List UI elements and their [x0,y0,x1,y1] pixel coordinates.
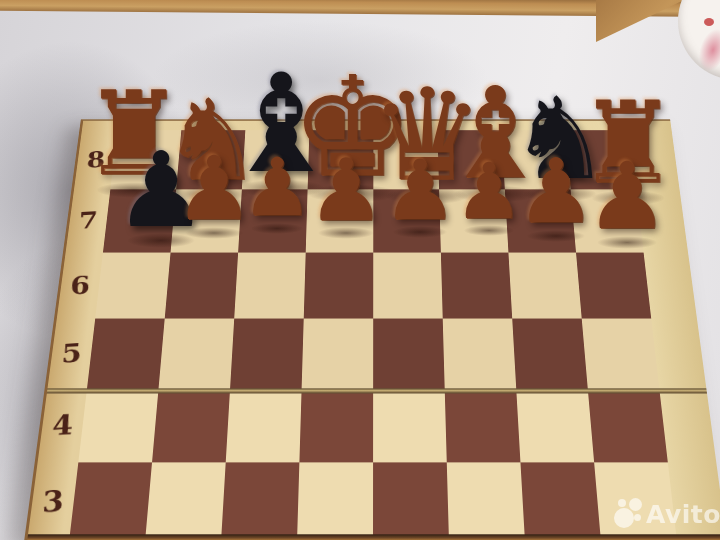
square-g6[interactable] [508,252,581,318]
square-h5[interactable] [582,318,660,388]
avito-logo-icon [634,514,641,521]
square-b4[interactable] [152,389,230,463]
square-g5[interactable] [512,318,588,388]
square-f5[interactable] [443,318,517,388]
square-h6[interactable] [576,252,651,318]
square-d4[interactable] [299,389,373,463]
square-a5[interactable] [87,318,165,388]
board-fold-hinge [47,388,707,393]
square-a4[interactable] [78,389,158,463]
square-c6[interactable] [234,252,305,318]
square-f6[interactable] [441,252,512,318]
square-e4[interactable] [373,389,447,463]
square-d6[interactable] [304,252,374,318]
avito-logo-icon [614,508,634,528]
square-f3[interactable] [447,463,525,540]
square-c4[interactable] [226,389,302,463]
square-c3[interactable] [221,463,299,540]
brown-pawn-e7[interactable]: ♟ [379,149,462,232]
avito-watermark: Avito [612,494,716,532]
square-b3[interactable] [145,463,226,540]
square-b5[interactable] [159,318,235,388]
square-e3[interactable] [373,463,449,540]
square-g3[interactable] [520,463,601,540]
square-a6[interactable] [95,252,170,318]
square-c5[interactable] [230,318,304,388]
rank-label-6: 6 [59,251,100,319]
avito-logo-icon [618,499,626,507]
brown-pawn-d7[interactable]: ♟ [303,147,389,233]
square-g4[interactable] [516,389,594,463]
background-wood-corner [596,0,684,42]
avito-logo-icon [629,498,642,511]
rank-label-3: 3 [30,462,76,540]
square-h4[interactable] [588,389,668,463]
rank-label-4: 4 [40,387,84,464]
square-b6[interactable] [165,252,238,318]
square-a3[interactable] [69,463,152,540]
brown-pawn-h7[interactable]: ♟ [581,151,673,243]
dish-floral-dot [704,18,714,26]
square-d5[interactable] [302,318,374,388]
square-e5[interactable] [373,318,445,388]
square-f4[interactable] [445,389,521,463]
board-front-edge [27,534,720,540]
watermark-text: Avito [646,500,720,529]
square-e6[interactable] [373,252,442,318]
square-d3[interactable] [297,463,373,540]
rank-label-5: 5 [50,317,92,389]
photo-scene: 876543 ♜♞♝♚♛♝♞♜♟♟♟♟♟♟♟♟ Avito [0,0,720,540]
